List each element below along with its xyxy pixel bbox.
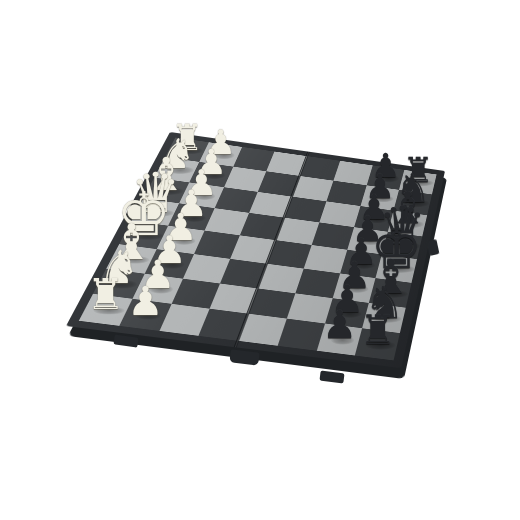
piece-black-pawn-h7: ♟ bbox=[322, 307, 357, 346]
chess-set-product-photo: ♜♞♝♛♚♝♞♜♟♟♟♟♟♟♟♟♟♟♟♟♟♟♟♟♜♞♝♛♚♝♞♜ bbox=[0, 0, 520, 520]
clasp-foot-left bbox=[113, 334, 138, 347]
clasp-foot-right bbox=[319, 371, 344, 384]
hinge-foot-front bbox=[229, 349, 259, 365]
piece-white-rook-h1: ♜ bbox=[87, 274, 125, 316]
piece-white-pawn-h2: ♟ bbox=[127, 281, 163, 321]
piece-black-rook-h8: ♜ bbox=[360, 310, 396, 351]
